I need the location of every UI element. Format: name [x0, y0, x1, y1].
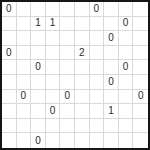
cell-empty[interactable] — [2, 133, 17, 148]
cell-empty[interactable] — [31, 90, 46, 105]
cell-clue: 0 — [2, 46, 17, 61]
cell-empty[interactable] — [2, 17, 17, 32]
cell-empty[interactable] — [75, 31, 90, 46]
cell-empty[interactable] — [60, 75, 75, 90]
cell-clue: 0 — [46, 104, 61, 119]
cell-empty[interactable] — [133, 60, 148, 75]
cell-empty[interactable] — [17, 119, 32, 134]
cell-empty[interactable] — [46, 75, 61, 90]
cell-empty[interactable] — [104, 60, 119, 75]
cell-empty[interactable] — [90, 90, 105, 105]
cell-empty[interactable] — [90, 133, 105, 148]
cell-clue: 0 — [31, 60, 46, 75]
cell-empty[interactable] — [31, 31, 46, 46]
cell-empty[interactable] — [31, 2, 46, 17]
cell-empty[interactable] — [119, 46, 134, 61]
cell-clue: 0 — [119, 17, 134, 32]
cell-empty[interactable] — [133, 133, 148, 148]
cell-empty[interactable] — [104, 133, 119, 148]
cell-empty[interactable] — [104, 119, 119, 134]
puzzle-board: 00110002000000010 — [0, 0, 150, 150]
cell-empty[interactable] — [60, 2, 75, 17]
cell-empty[interactable] — [46, 119, 61, 134]
cell-empty[interactable] — [90, 119, 105, 134]
cell-empty[interactable] — [17, 31, 32, 46]
cell-empty[interactable] — [90, 17, 105, 32]
cell-empty[interactable] — [133, 2, 148, 17]
cell-empty[interactable] — [133, 119, 148, 134]
cell-clue: 0 — [104, 75, 119, 90]
cell-empty[interactable] — [31, 46, 46, 61]
cell-empty[interactable] — [2, 75, 17, 90]
cell-empty[interactable] — [119, 31, 134, 46]
cell-empty[interactable] — [75, 75, 90, 90]
cell-empty[interactable] — [75, 104, 90, 119]
cell-empty[interactable] — [75, 90, 90, 105]
cell-clue: 0 — [90, 2, 105, 17]
cell-empty[interactable] — [75, 60, 90, 75]
cell-empty[interactable] — [46, 31, 61, 46]
cell-clue: 0 — [60, 90, 75, 105]
cell-empty[interactable] — [46, 60, 61, 75]
cell-empty[interactable] — [133, 104, 148, 119]
cell-empty[interactable] — [17, 46, 32, 61]
cell-empty[interactable] — [104, 46, 119, 61]
cell-empty[interactable] — [31, 75, 46, 90]
cell-empty[interactable] — [46, 46, 61, 61]
cell-empty[interactable] — [31, 104, 46, 119]
cell-empty[interactable] — [17, 75, 32, 90]
cell-empty[interactable] — [17, 133, 32, 148]
cell-empty[interactable] — [60, 31, 75, 46]
cell-empty[interactable] — [60, 119, 75, 134]
cell-clue: 0 — [104, 31, 119, 46]
cell-empty[interactable] — [17, 2, 32, 17]
cell-empty[interactable] — [2, 31, 17, 46]
cell-empty[interactable] — [31, 119, 46, 134]
cell-empty[interactable] — [119, 119, 134, 134]
cell-empty[interactable] — [133, 31, 148, 46]
cell-empty[interactable] — [60, 104, 75, 119]
cell-empty[interactable] — [75, 119, 90, 134]
cell-empty[interactable] — [133, 75, 148, 90]
cell-empty[interactable] — [60, 133, 75, 148]
cell-empty[interactable] — [119, 2, 134, 17]
cell-clue: 1 — [104, 104, 119, 119]
cell-empty[interactable] — [75, 17, 90, 32]
cell-empty[interactable] — [75, 2, 90, 17]
cell-empty[interactable] — [2, 60, 17, 75]
cell-empty[interactable] — [60, 46, 75, 61]
cell-empty[interactable] — [46, 133, 61, 148]
cell-empty[interactable] — [60, 17, 75, 32]
cell-clue: 0 — [31, 133, 46, 148]
cell-empty[interactable] — [104, 90, 119, 105]
cell-clue: 1 — [46, 17, 61, 32]
cell-empty[interactable] — [17, 17, 32, 32]
cell-empty[interactable] — [90, 46, 105, 61]
cell-empty[interactable] — [46, 2, 61, 17]
cell-empty[interactable] — [90, 104, 105, 119]
cell-empty[interactable] — [90, 31, 105, 46]
cell-empty[interactable] — [133, 17, 148, 32]
cell-empty[interactable] — [2, 104, 17, 119]
cell-empty[interactable] — [46, 90, 61, 105]
cell-empty[interactable] — [75, 133, 90, 148]
cell-clue: 0 — [119, 60, 134, 75]
cell-clue: 0 — [17, 90, 32, 105]
cell-empty[interactable] — [17, 60, 32, 75]
cell-empty[interactable] — [104, 17, 119, 32]
cell-clue: 2 — [75, 46, 90, 61]
cell-empty[interactable] — [2, 90, 17, 105]
cell-empty[interactable] — [60, 60, 75, 75]
cell-empty[interactable] — [2, 119, 17, 134]
cell-empty[interactable] — [119, 90, 134, 105]
cell-empty[interactable] — [119, 133, 134, 148]
cell-empty[interactable] — [104, 2, 119, 17]
cell-clue: 0 — [133, 90, 148, 105]
cell-clue: 1 — [31, 17, 46, 32]
cell-empty[interactable] — [17, 104, 32, 119]
cell-clue: 0 — [2, 2, 17, 17]
cell-empty[interactable] — [90, 75, 105, 90]
cell-empty[interactable] — [90, 60, 105, 75]
cell-empty[interactable] — [133, 46, 148, 61]
cell-empty[interactable] — [119, 104, 134, 119]
cell-empty[interactable] — [119, 75, 134, 90]
